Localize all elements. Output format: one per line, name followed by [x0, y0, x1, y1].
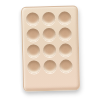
pit-r1c3[interactable]	[58, 11, 71, 24]
pit-r4c1[interactable]	[27, 60, 40, 73]
pit-r4c2[interactable]	[43, 60, 56, 73]
pit-r4c3[interactable]	[59, 59, 72, 72]
pit-r3c3[interactable]	[59, 43, 72, 56]
mancala-board	[21, 5, 80, 91]
pit-r2c2[interactable]	[42, 28, 55, 41]
pit-r1c2[interactable]	[42, 12, 55, 25]
pit-r2c3[interactable]	[58, 27, 71, 40]
photo-background	[0, 0, 100, 100]
pit-r2c1[interactable]	[26, 28, 39, 41]
pit-grid	[22, 6, 79, 73]
pit-r3c1[interactable]	[27, 44, 40, 57]
pit-r1c1[interactable]	[26, 12, 39, 25]
pit-r3c2[interactable]	[43, 44, 56, 57]
